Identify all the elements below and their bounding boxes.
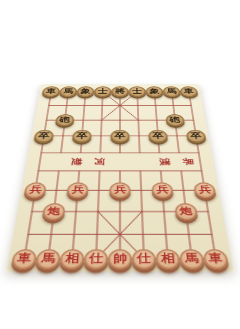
piece-black-advisor[interactable]: 士 (94, 86, 112, 96)
piece-red-elephant[interactable]: 相 (155, 249, 181, 269)
piece-black-horse[interactable]: 馬 (59, 86, 77, 96)
piece-red-cannon[interactable]: 炮 (174, 203, 198, 220)
piece-red-soldier[interactable]: 兵 (66, 183, 88, 199)
piece-black-soldier[interactable]: 卒 (186, 130, 207, 143)
piece-red-soldier[interactable]: 兵 (151, 183, 173, 199)
piece-red-elephant[interactable]: 相 (59, 249, 85, 269)
piece-red-horse[interactable]: 馬 (35, 249, 61, 269)
piece-black-chariot[interactable]: 車 (180, 86, 199, 96)
pieces-grid: 車馬象士將士象馬車砲砲卒卒卒卒卒兵兵兵兵兵炮炮車馬相仕帥仕相馬車 (10, 85, 230, 272)
piece-black-soldier[interactable]: 卒 (33, 130, 54, 143)
piece-black-cannon[interactable]: 砲 (165, 114, 185, 126)
piece-red-general[interactable]: 帥 (108, 249, 132, 269)
piece-red-advisor[interactable]: 仕 (84, 249, 109, 269)
piece-black-general[interactable]: 將 (111, 86, 128, 96)
piece-black-soldier[interactable]: 卒 (148, 130, 168, 143)
piece-black-elephant[interactable]: 象 (76, 86, 94, 96)
piece-red-soldier[interactable]: 兵 (193, 183, 217, 199)
piece-black-soldier[interactable]: 卒 (72, 130, 92, 143)
piece-black-soldier[interactable]: 卒 (110, 130, 129, 143)
piece-black-horse[interactable]: 馬 (163, 86, 181, 96)
xiangqi-board: 楚河 漢界 車馬象士將士象馬車砲砲卒卒卒卒卒兵兵兵兵兵炮炮車馬相仕帥仕相馬車 (6, 84, 233, 271)
piece-red-soldier[interactable]: 兵 (23, 183, 47, 199)
piece-red-cannon[interactable]: 炮 (42, 203, 66, 220)
piece-black-elephant[interactable]: 象 (146, 86, 164, 96)
piece-red-soldier[interactable]: 兵 (109, 183, 130, 199)
piece-red-chariot[interactable]: 車 (11, 249, 38, 269)
piece-red-horse[interactable]: 馬 (179, 249, 205, 269)
piece-black-cannon[interactable]: 砲 (55, 114, 75, 126)
photo-scene: 楚河 漢界 車馬象士將士象馬車砲砲卒卒卒卒卒兵兵兵兵兵炮炮車馬相仕帥仕相馬車 (0, 0, 240, 329)
piece-black-chariot[interactable]: 車 (42, 86, 61, 96)
piece-red-advisor[interactable]: 仕 (132, 249, 157, 269)
piece-red-chariot[interactable]: 車 (202, 249, 229, 269)
piece-black-advisor[interactable]: 士 (129, 86, 147, 96)
